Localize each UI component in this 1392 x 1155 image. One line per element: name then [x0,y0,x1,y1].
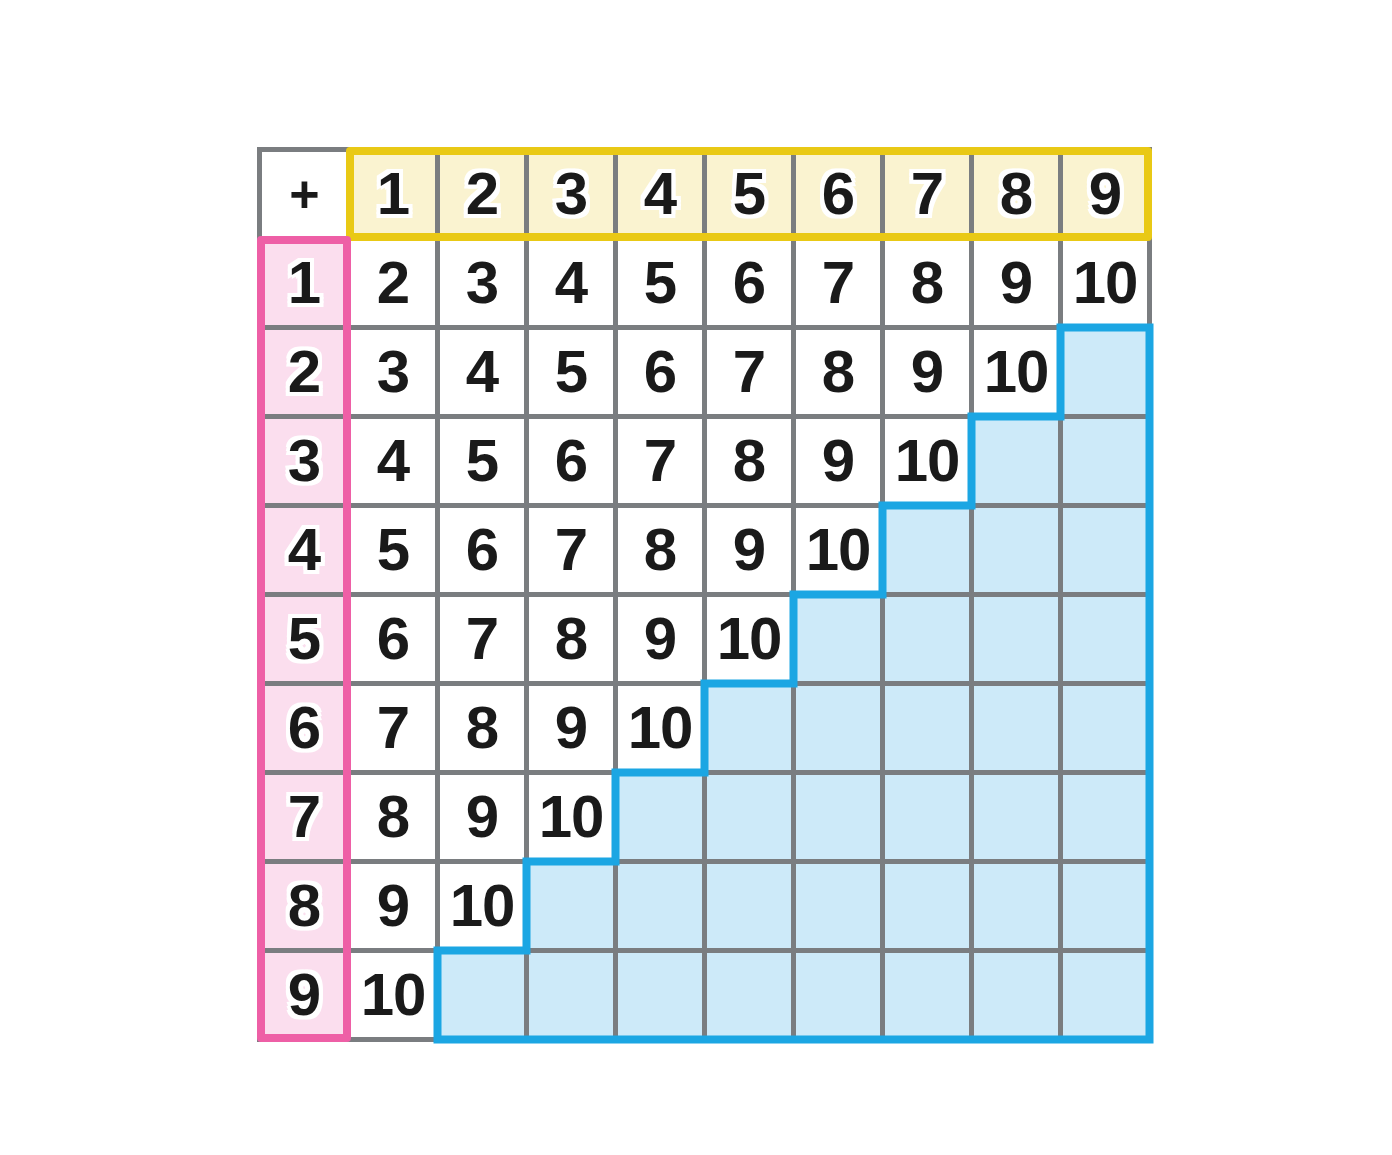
cell-r1-c9: 10 [1063,241,1147,325]
cell-r5-c5: 10 [707,597,791,681]
cell-r4-c1: 5 [351,508,435,592]
row-header-3: 3 [262,419,346,503]
cell-r1-c4: 5 [618,241,702,325]
cell-r7-c7-blank [885,775,969,859]
cell-r6-c4: 10 [618,686,702,770]
col-header-3: 3 [529,152,613,236]
cell-r4-c9-blank [1063,508,1147,592]
col-header-1: 1 [351,152,435,236]
col-header-2: 2 [440,152,524,236]
cell-r2-c8: 10 [974,330,1058,414]
cell-r8-c9-blank [1063,864,1147,948]
cell-r1-c7: 8 [885,241,969,325]
cell-r5-c6-blank [796,597,880,681]
cell-r5-c8-blank [974,597,1058,681]
cell-r2-c9-blank [1063,330,1147,414]
cell-r8-c1: 9 [351,864,435,948]
addition-chart-page: +123456789123456789102345678910345678910… [0,0,1392,1155]
cell-r7-c3: 10 [529,775,613,859]
row-header-7: 7 [262,775,346,859]
cell-r2-c3: 5 [529,330,613,414]
cell-r7-c2: 9 [440,775,524,859]
cell-r1-c1: 2 [351,241,435,325]
cell-r5-c4: 9 [618,597,702,681]
cell-r9-c3-blank [529,953,613,1037]
cell-r6-c3: 9 [529,686,613,770]
cell-r7-c6-blank [796,775,880,859]
cell-r4-c8-blank [974,508,1058,592]
cell-r6-c6-blank [796,686,880,770]
col-header-5: 5 [707,152,791,236]
cell-r6-c8-blank [974,686,1058,770]
cell-r4-c4: 8 [618,508,702,592]
cell-r4-c6: 10 [796,508,880,592]
cell-r5-c3: 8 [529,597,613,681]
cell-r3-c3: 6 [529,419,613,503]
cell-r3-c1: 4 [351,419,435,503]
cell-r6-c9-blank [1063,686,1147,770]
cell-r8-c7-blank [885,864,969,948]
cell-r1-c5: 6 [707,241,791,325]
cell-r8-c6-blank [796,864,880,948]
cell-r3-c4: 7 [618,419,702,503]
row-header-9: 9 [262,953,346,1037]
cell-r5-c9-blank [1063,597,1147,681]
cell-r7-c5-blank [707,775,791,859]
cell-r9-c5-blank [707,953,791,1037]
cell-r6-c1: 7 [351,686,435,770]
cell-r7-c4-blank [618,775,702,859]
addition-grid: +123456789123456789102345678910345678910… [257,147,1152,1042]
cell-r3-c9-blank [1063,419,1147,503]
cell-r3-c8-blank [974,419,1058,503]
cell-r9-c8-blank [974,953,1058,1037]
cell-r8-c3-blank [529,864,613,948]
col-header-7: 7 [885,152,969,236]
col-header-9: 9 [1063,152,1147,236]
cell-r8-c5-blank [707,864,791,948]
addition-chart-board: +123456789123456789102345678910345678910… [257,147,1152,1042]
cell-r5-c7-blank [885,597,969,681]
cell-r9-c2-blank [440,953,524,1037]
cell-r8-c4-blank [618,864,702,948]
cell-r9-c6-blank [796,953,880,1037]
cell-r2-c4: 6 [618,330,702,414]
cell-r2-c2: 4 [440,330,524,414]
cell-r1-c2: 3 [440,241,524,325]
row-header-5: 5 [262,597,346,681]
cell-r3-c5: 8 [707,419,791,503]
cell-r7-c1: 8 [351,775,435,859]
col-header-8: 8 [974,152,1058,236]
corner-plus-cell: + [262,152,346,236]
cell-r3-c7: 10 [885,419,969,503]
cell-r7-c8-blank [974,775,1058,859]
cell-r2-c5: 7 [707,330,791,414]
row-header-2: 2 [262,330,346,414]
cell-r2-c7: 9 [885,330,969,414]
cell-r8-c2: 10 [440,864,524,948]
cell-r4-c2: 6 [440,508,524,592]
cell-r3-c6: 9 [796,419,880,503]
row-header-6: 6 [262,686,346,770]
cell-r5-c1: 6 [351,597,435,681]
row-header-8: 8 [262,864,346,948]
cell-r3-c2: 5 [440,419,524,503]
cell-r2-c6: 8 [796,330,880,414]
cell-r4-c5: 9 [707,508,791,592]
cell-r8-c8-blank [974,864,1058,948]
cell-r6-c2: 8 [440,686,524,770]
cell-r1-c3: 4 [529,241,613,325]
col-header-4: 4 [618,152,702,236]
cell-r9-c7-blank [885,953,969,1037]
cell-r4-c3: 7 [529,508,613,592]
cell-r6-c5-blank [707,686,791,770]
cell-r9-c1: 10 [351,953,435,1037]
cell-r6-c7-blank [885,686,969,770]
row-header-4: 4 [262,508,346,592]
cell-r5-c2: 7 [440,597,524,681]
cell-r9-c9-blank [1063,953,1147,1037]
cell-r4-c7-blank [885,508,969,592]
col-header-6: 6 [796,152,880,236]
cell-r2-c1: 3 [351,330,435,414]
cell-r1-c8: 9 [974,241,1058,325]
cell-r7-c9-blank [1063,775,1147,859]
cell-r1-c6: 7 [796,241,880,325]
cell-r9-c4-blank [618,953,702,1037]
row-header-1: 1 [262,241,346,325]
